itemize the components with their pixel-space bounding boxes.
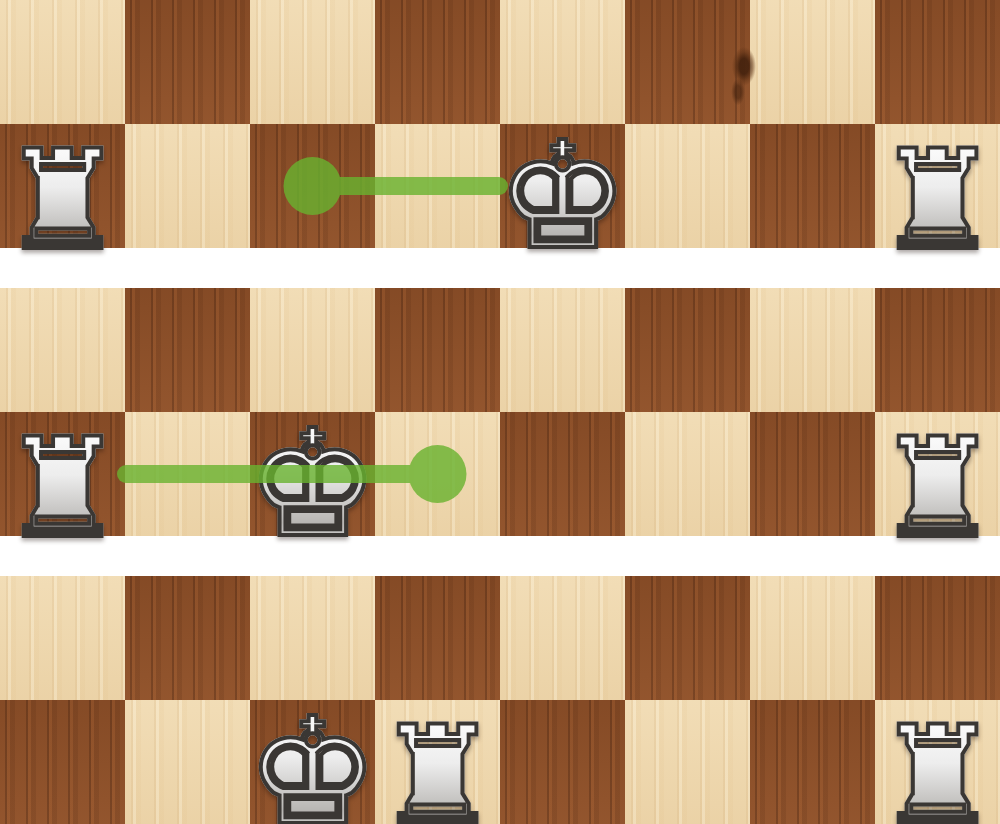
square-c2[interactable] [250, 0, 375, 124]
square-c2[interactable] [250, 288, 375, 412]
square-b2[interactable] [125, 0, 250, 124]
square-f1[interactable] [625, 700, 750, 824]
square-h2[interactable] [875, 576, 1000, 700]
white-rook-glyph: ♜ [1, 132, 125, 270]
square-e2[interactable] [500, 0, 625, 124]
square-g2[interactable] [750, 288, 875, 412]
square-e1[interactable] [500, 700, 625, 824]
board-strip-2: ♜♚♜ [0, 288, 1000, 536]
square-g2[interactable] [750, 576, 875, 700]
square-b1[interactable] [125, 124, 250, 248]
white-king-c1[interactable]: ♚ [250, 412, 375, 536]
square-g1[interactable] [750, 700, 875, 824]
square-b2[interactable] [125, 288, 250, 412]
board-squares [0, 288, 1000, 536]
white-king-glyph: ♚ [496, 122, 629, 270]
castling-lesson-diagram: ♜♚♜ ♜♚♜ ♚♜♜ [0, 0, 1000, 824]
square-g1[interactable] [750, 412, 875, 536]
white-rook-glyph: ♜ [876, 132, 1000, 270]
white-rook-h1[interactable]: ♜ [875, 412, 1000, 536]
white-rook-a1[interactable]: ♜ [0, 124, 125, 248]
white-rook-h1[interactable]: ♜ [875, 124, 1000, 248]
square-g2[interactable] [750, 0, 875, 124]
square-d2[interactable] [375, 288, 500, 412]
square-a1[interactable] [0, 700, 125, 824]
square-a2[interactable] [0, 288, 125, 412]
board-strip-3: ♚♜♜ [0, 576, 1000, 824]
square-f1[interactable] [625, 124, 750, 248]
square-d2[interactable] [375, 576, 500, 700]
square-e2[interactable] [500, 576, 625, 700]
square-b1[interactable] [125, 700, 250, 824]
square-e2[interactable] [500, 288, 625, 412]
square-a2[interactable] [0, 576, 125, 700]
white-rook-glyph: ♜ [1, 420, 125, 558]
white-rook-glyph: ♜ [876, 420, 1000, 558]
board-strip-1: ♜♚♜ [0, 0, 1000, 248]
white-rook-glyph: ♜ [376, 708, 500, 824]
white-king-glyph: ♚ [246, 410, 379, 558]
white-rook-h1[interactable]: ♜ [875, 700, 1000, 824]
square-f2[interactable] [625, 0, 750, 124]
square-h2[interactable] [875, 0, 1000, 124]
square-b2[interactable] [125, 576, 250, 700]
white-rook-a1[interactable]: ♜ [0, 412, 125, 536]
square-f2[interactable] [625, 576, 750, 700]
board-squares [0, 576, 1000, 824]
square-d1[interactable] [375, 412, 500, 536]
square-b1[interactable] [125, 412, 250, 536]
square-e1[interactable] [500, 412, 625, 536]
square-f2[interactable] [625, 288, 750, 412]
square-d2[interactable] [375, 0, 500, 124]
white-king-glyph: ♚ [246, 698, 379, 824]
white-rook-glyph: ♜ [876, 708, 1000, 824]
white-king-e1[interactable]: ♚ [500, 124, 625, 248]
white-rook-d1[interactable]: ♜ [375, 700, 500, 824]
square-c1[interactable] [250, 124, 375, 248]
square-h2[interactable] [875, 288, 1000, 412]
square-d1[interactable] [375, 124, 500, 248]
square-c2[interactable] [250, 576, 375, 700]
white-king-c1[interactable]: ♚ [250, 700, 375, 824]
square-g1[interactable] [750, 124, 875, 248]
square-a2[interactable] [0, 0, 125, 124]
square-f1[interactable] [625, 412, 750, 536]
